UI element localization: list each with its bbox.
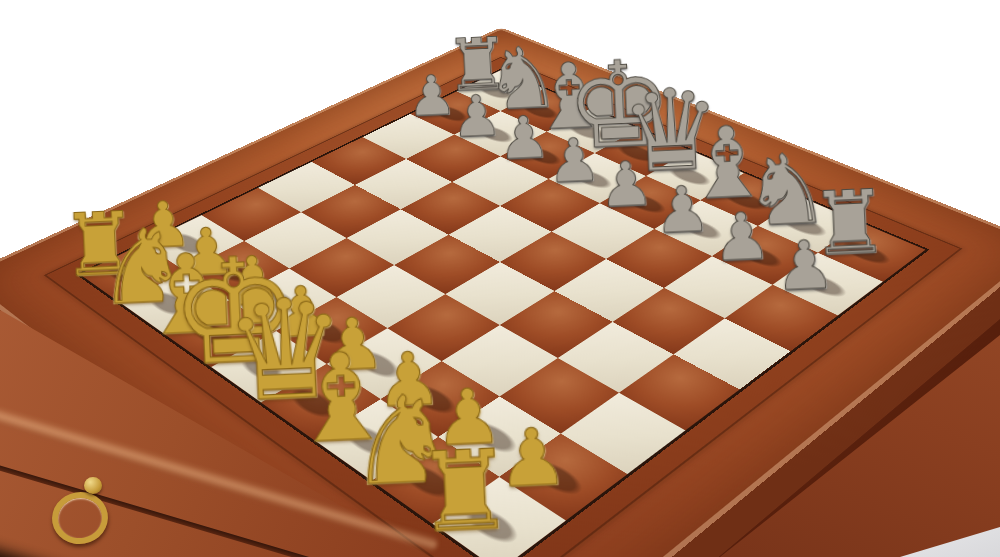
piece-silver-pawn-a7: ♟ bbox=[773, 230, 836, 300]
piece-silver-pawn-f7: ♟ bbox=[497, 108, 552, 168]
photo-backdrop: ♜♞♝♚♛♝♞♜♟♟♟♟♟♟♟♟♟♟♟♟♟♟♟♟♜♞♝♚♛♝♞♜ bbox=[0, 0, 1000, 557]
piece-gold-rook-a1: ♜ bbox=[413, 434, 516, 548]
piece-silver-pawn-b7: ♟ bbox=[711, 203, 772, 271]
piece-silver-pawn-c7: ♟ bbox=[653, 177, 712, 243]
piece-silver-pawn-e7: ♟ bbox=[546, 129, 602, 191]
piece-silver-pawn-g7: ♟ bbox=[451, 87, 504, 146]
piece-silver-pawn-d7: ♟ bbox=[598, 152, 656, 216]
drawer-ring-knob bbox=[84, 477, 102, 494]
